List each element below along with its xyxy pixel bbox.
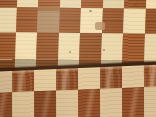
board-square	[123, 8, 145, 33]
glare-patch	[95, 22, 105, 30]
board-square	[58, 33, 80, 60]
board-square	[12, 91, 34, 117]
board-square	[0, 92, 12, 117]
board-row	[0, 86, 156, 117]
board-square	[78, 89, 100, 117]
board-square	[15, 32, 37, 59]
board-square	[144, 34, 156, 61]
board-square-glare	[37, 8, 59, 33]
chessboard-photo	[0, 0, 156, 117]
board-square	[56, 90, 78, 117]
board-square	[102, 0, 124, 8]
wood-speck	[103, 49, 105, 51]
board-square	[102, 8, 124, 33]
board-row	[0, 32, 156, 61]
board-square	[36, 33, 58, 60]
board-row	[0, 7, 156, 34]
wood-speck	[89, 10, 92, 12]
board-square	[16, 7, 38, 32]
board-square	[0, 32, 16, 59]
board-square	[145, 0, 156, 9]
wood-speck	[69, 51, 71, 53]
chessboard	[0, 0, 156, 117]
board-square	[79, 33, 101, 60]
board-square	[145, 9, 156, 34]
board-square	[122, 33, 144, 60]
board-square	[81, 0, 103, 8]
wood-speck	[134, 4, 137, 6]
board-square	[0, 7, 16, 32]
wood-speck	[71, 82, 73, 84]
board-square	[122, 87, 144, 117]
board-square	[59, 8, 81, 33]
board-square	[101, 33, 123, 60]
board-square	[144, 86, 156, 117]
board-square	[34, 90, 56, 117]
board-square	[100, 88, 122, 117]
board-square	[59, 0, 81, 8]
